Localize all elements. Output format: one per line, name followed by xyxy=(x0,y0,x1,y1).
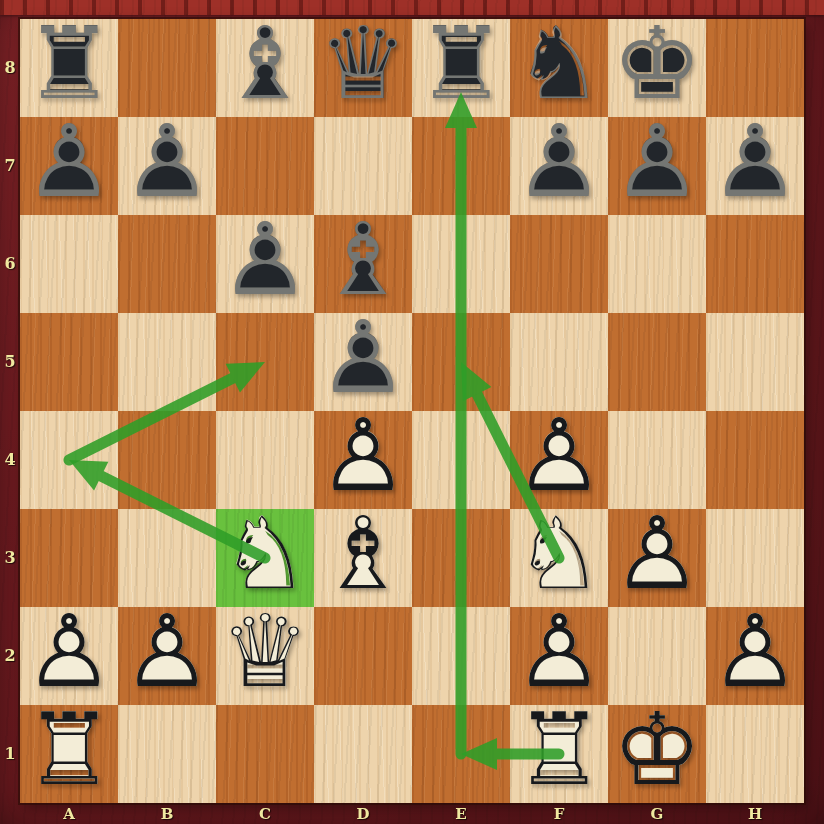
square-e3[interactable] xyxy=(412,509,510,607)
square-b5[interactable] xyxy=(118,313,216,411)
piece-black-bishop[interactable]: ♝♗ xyxy=(216,19,314,117)
rank-label-3: 3 xyxy=(0,548,20,567)
square-d8[interactable]: ♛♕ xyxy=(314,19,412,117)
square-e4[interactable] xyxy=(412,411,510,509)
file-label-f: F xyxy=(510,805,608,823)
black-queen-outline-icon: ♕ xyxy=(318,14,408,114)
black-bishop-outline-icon: ♗ xyxy=(318,210,408,310)
white-pawn-outline-icon: ♙ xyxy=(122,602,212,702)
piece-black-pawn[interactable]: ♟♙ xyxy=(510,117,608,215)
square-d2[interactable] xyxy=(314,607,412,705)
white-pawn-outline-icon: ♙ xyxy=(612,504,702,604)
white-pawn-outline-icon: ♙ xyxy=(514,602,604,702)
black-pawn-outline-icon: ♙ xyxy=(122,112,212,212)
square-e1[interactable] xyxy=(412,705,510,803)
square-h7[interactable]: ♟♙ xyxy=(706,117,804,215)
square-a7[interactable]: ♟♙ xyxy=(20,117,118,215)
white-pawn-outline-icon: ♙ xyxy=(24,602,114,702)
black-knight-outline-icon: ♘ xyxy=(514,14,604,114)
black-pawn-outline-icon: ♙ xyxy=(710,112,800,212)
piece-black-pawn[interactable]: ♟♙ xyxy=(706,117,804,215)
file-label-e: E xyxy=(412,805,510,823)
black-pawn-outline-icon: ♙ xyxy=(318,308,408,408)
black-rook-outline-icon: ♖ xyxy=(416,14,506,114)
piece-black-pawn[interactable]: ♟♙ xyxy=(20,117,118,215)
white-bishop-outline-icon: ♗ xyxy=(318,504,408,604)
square-a5[interactable] xyxy=(20,313,118,411)
piece-white-bishop[interactable]: ♝♗ xyxy=(314,509,412,607)
square-a1[interactable]: ♜♖ xyxy=(20,705,118,803)
square-g5[interactable] xyxy=(608,313,706,411)
file-label-g: G xyxy=(608,805,706,823)
rank-label-5: 5 xyxy=(0,352,20,371)
square-a4[interactable] xyxy=(20,411,118,509)
piece-white-king[interactable]: ♚♔ xyxy=(608,705,706,803)
white-pawn-outline-icon: ♙ xyxy=(710,602,800,702)
file-label-b: B xyxy=(118,805,216,823)
square-c8[interactable]: ♝♗ xyxy=(216,19,314,117)
square-b4[interactable] xyxy=(118,411,216,509)
rank-label-4: 4 xyxy=(0,450,20,469)
square-b6[interactable] xyxy=(118,215,216,313)
piece-white-rook[interactable]: ♜♖ xyxy=(510,705,608,803)
square-c1[interactable] xyxy=(216,705,314,803)
square-c6[interactable]: ♟♙ xyxy=(216,215,314,313)
square-e8[interactable]: ♜♖ xyxy=(412,19,510,117)
square-g1[interactable]: ♚♔ xyxy=(608,705,706,803)
white-knight-outline-icon: ♘ xyxy=(514,504,604,604)
piece-black-pawn[interactable]: ♟♙ xyxy=(118,117,216,215)
square-f7[interactable]: ♟♙ xyxy=(510,117,608,215)
black-pawn-outline-icon: ♙ xyxy=(220,210,310,310)
rank-label-2: 2 xyxy=(0,646,20,665)
black-pawn-outline-icon: ♙ xyxy=(514,112,604,212)
square-g7[interactable]: ♟♙ xyxy=(608,117,706,215)
piece-white-rook[interactable]: ♜♖ xyxy=(20,705,118,803)
piece-white-pawn[interactable]: ♟♙ xyxy=(706,607,804,705)
black-king-outline-icon: ♔ xyxy=(612,14,702,114)
white-queen-outline-icon: ♕ xyxy=(220,602,310,702)
rank-label-7: 7 xyxy=(0,156,20,175)
piece-white-queen[interactable]: ♛♕ xyxy=(216,607,314,705)
white-rook-outline-icon: ♖ xyxy=(24,700,114,800)
file-label-a: A xyxy=(20,805,118,823)
square-g6[interactable] xyxy=(608,215,706,313)
square-g3[interactable]: ♟♙ xyxy=(608,509,706,607)
white-knight-outline-icon: ♘ xyxy=(220,504,310,604)
square-c2[interactable]: ♛♕ xyxy=(216,607,314,705)
black-pawn-outline-icon: ♙ xyxy=(24,112,114,212)
piece-black-rook[interactable]: ♜♖ xyxy=(412,19,510,117)
white-king-outline-icon: ♔ xyxy=(612,700,702,800)
file-label-h: H xyxy=(706,805,804,823)
chess-board-frame: ♜♖♝♗♛♕♜♖♞♘♚♔♟♙♟♙♟♙♟♙♟♙♟♙♝♗♟♙♟♙♟♙♞♘♝♗♞♘♟♙… xyxy=(0,0,824,824)
piece-white-pawn[interactable]: ♟♙ xyxy=(118,607,216,705)
rank-label-6: 6 xyxy=(0,254,20,273)
black-rook-outline-icon: ♖ xyxy=(24,14,114,114)
square-h4[interactable] xyxy=(706,411,804,509)
rank-label-1: 1 xyxy=(0,744,20,763)
piece-black-pawn[interactable]: ♟♙ xyxy=(216,215,314,313)
piece-black-pawn[interactable]: ♟♙ xyxy=(608,117,706,215)
square-d3[interactable]: ♝♗ xyxy=(314,509,412,607)
square-e7[interactable] xyxy=(412,117,510,215)
square-e6[interactable] xyxy=(412,215,510,313)
square-f1[interactable]: ♜♖ xyxy=(510,705,608,803)
square-b2[interactable]: ♟♙ xyxy=(118,607,216,705)
piece-white-pawn[interactable]: ♟♙ xyxy=(608,509,706,607)
black-bishop-outline-icon: ♗ xyxy=(220,14,310,114)
file-label-c: C xyxy=(216,805,314,823)
square-b1[interactable] xyxy=(118,705,216,803)
white-pawn-outline-icon: ♙ xyxy=(514,406,604,506)
square-b7[interactable]: ♟♙ xyxy=(118,117,216,215)
square-c5[interactable] xyxy=(216,313,314,411)
square-h1[interactable] xyxy=(706,705,804,803)
square-e5[interactable] xyxy=(412,313,510,411)
white-rook-outline-icon: ♖ xyxy=(514,700,604,800)
square-h5[interactable] xyxy=(706,313,804,411)
square-h6[interactable] xyxy=(706,215,804,313)
square-h2[interactable]: ♟♙ xyxy=(706,607,804,705)
square-f6[interactable] xyxy=(510,215,608,313)
square-a6[interactable] xyxy=(20,215,118,313)
file-label-d: D xyxy=(314,805,412,823)
white-pawn-outline-icon: ♙ xyxy=(318,406,408,506)
piece-black-queen[interactable]: ♛♕ xyxy=(314,19,412,117)
black-pawn-outline-icon: ♙ xyxy=(612,112,702,212)
square-d1[interactable] xyxy=(314,705,412,803)
square-e2[interactable] xyxy=(412,607,510,705)
chess-board: ♜♖♝♗♛♕♜♖♞♘♚♔♟♙♟♙♟♙♟♙♟♙♟♙♝♗♟♙♟♙♟♙♞♘♝♗♞♘♟♙… xyxy=(20,19,804,803)
rank-label-8: 8 xyxy=(0,58,20,77)
